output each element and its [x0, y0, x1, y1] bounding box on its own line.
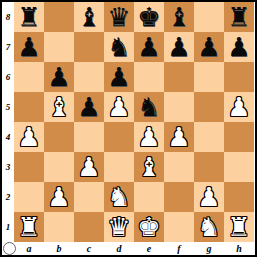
file-labels: abcdefgh [14, 242, 254, 255]
white-bishop-piece[interactable]: ♝ [44, 92, 74, 122]
black-pawn-piece[interactable]: ♟ [164, 32, 194, 62]
square-d6[interactable]: ♟ [104, 62, 134, 92]
white-rook-piece[interactable]: ♜ [224, 212, 254, 242]
square-a5[interactable] [14, 92, 44, 122]
black-king-piece[interactable]: ♚ [134, 2, 164, 32]
black-pawn-piece[interactable]: ♟ [224, 32, 254, 62]
square-h7[interactable]: ♟ [224, 32, 254, 62]
black-pawn-piece[interactable]: ♟ [104, 62, 134, 92]
square-e7[interactable]: ♟ [134, 32, 164, 62]
white-pawn-piece[interactable]: ♟ [164, 122, 194, 152]
square-e1[interactable]: ♚ [134, 212, 164, 242]
white-pawn-piece[interactable]: ♟ [224, 92, 254, 122]
rank-label-7: 7 [2, 32, 14, 62]
file-label-e: e [134, 242, 164, 255]
square-e8[interactable]: ♚ [134, 2, 164, 32]
square-g3[interactable] [194, 152, 224, 182]
square-c1[interactable] [74, 212, 104, 242]
square-h4[interactable] [224, 122, 254, 152]
square-d2[interactable]: ♞ [104, 182, 134, 212]
square-f4[interactable]: ♟ [164, 122, 194, 152]
file-label-a: a [14, 242, 44, 255]
square-d1[interactable]: ♛ [104, 212, 134, 242]
square-f3[interactable] [164, 152, 194, 182]
square-g7[interactable]: ♟ [194, 32, 224, 62]
rank-label-4: 4 [2, 122, 14, 152]
white-pawn-piece[interactable]: ♟ [104, 92, 134, 122]
rank-label-2: 2 [2, 182, 14, 212]
square-e6[interactable] [134, 62, 164, 92]
square-a1[interactable]: ♜ [14, 212, 44, 242]
file-label-d: d [104, 242, 134, 255]
white-knight-piece[interactable]: ♞ [194, 212, 224, 242]
square-a8[interactable]: ♜ [14, 2, 44, 32]
square-h5[interactable]: ♟ [224, 92, 254, 122]
square-d4[interactable] [104, 122, 134, 152]
square-b6[interactable]: ♟ [44, 62, 74, 92]
file-label-c: c [74, 242, 104, 255]
white-pawn-piece[interactable]: ♟ [74, 152, 104, 182]
square-g2[interactable]: ♟ [194, 182, 224, 212]
white-king-piece[interactable]: ♚ [134, 212, 164, 242]
square-g6[interactable] [194, 62, 224, 92]
square-a6[interactable] [14, 62, 44, 92]
black-pawn-piece[interactable]: ♟ [44, 62, 74, 92]
black-pawn-piece[interactable]: ♟ [194, 32, 224, 62]
rank-label-8: 8 [2, 2, 14, 32]
black-knight-piece[interactable]: ♞ [134, 92, 164, 122]
white-knight-piece[interactable]: ♞ [104, 182, 134, 212]
square-b2[interactable]: ♟ [44, 182, 74, 212]
square-d8[interactable]: ♛ [104, 2, 134, 32]
file-label-b: b [44, 242, 74, 255]
file-label-h: h [224, 242, 254, 255]
square-f5[interactable] [164, 92, 194, 122]
black-pawn-piece[interactable]: ♟ [134, 32, 164, 62]
white-pawn-piece[interactable]: ♟ [44, 182, 74, 212]
square-c5[interactable]: ♟ [74, 92, 104, 122]
square-c4[interactable] [74, 122, 104, 152]
white-pawn-piece[interactable]: ♟ [14, 122, 44, 152]
file-label-g: g [194, 242, 224, 255]
white-rook-piece[interactable]: ♜ [14, 212, 44, 242]
black-pawn-piece[interactable]: ♟ [74, 92, 104, 122]
square-c3[interactable]: ♟ [74, 152, 104, 182]
square-c2[interactable] [74, 182, 104, 212]
black-rook-piece[interactable]: ♜ [224, 2, 254, 32]
rank-label-6: 6 [2, 62, 14, 92]
black-bishop-piece[interactable]: ♝ [164, 2, 194, 32]
chess-board: ♜♝♛♚♝♜♟♞♟♟♟♟♟♟♝♟♟♞♟♟♟♟♟♝♟♞♟♜♛♚♞♜ [14, 2, 254, 242]
square-f8[interactable]: ♝ [164, 2, 194, 32]
square-f7[interactable]: ♟ [164, 32, 194, 62]
square-f2[interactable] [164, 182, 194, 212]
square-g8[interactable] [194, 2, 224, 32]
square-h6[interactable] [224, 62, 254, 92]
black-rook-piece[interactable]: ♜ [14, 2, 44, 32]
square-h1[interactable]: ♜ [224, 212, 254, 242]
white-bishop-piece[interactable]: ♝ [134, 152, 164, 182]
white-queen-piece[interactable]: ♛ [104, 212, 134, 242]
rank-label-5: 5 [2, 92, 14, 122]
square-c7[interactable] [74, 32, 104, 62]
square-h8[interactable]: ♜ [224, 2, 254, 32]
square-d7[interactable]: ♞ [104, 32, 134, 62]
square-b4[interactable] [44, 122, 74, 152]
square-a3[interactable] [14, 152, 44, 182]
square-g4[interactable] [194, 122, 224, 152]
square-h2[interactable] [224, 182, 254, 212]
square-e5[interactable]: ♞ [134, 92, 164, 122]
square-c8[interactable]: ♝ [74, 2, 104, 32]
square-b1[interactable] [44, 212, 74, 242]
square-g1[interactable]: ♞ [194, 212, 224, 242]
chess-diagram: 87654321 ♜♝♛♚♝♜♟♞♟♟♟♟♟♟♝♟♟♞♟♟♟♟♟♝♟♞♟♜♛♚♞… [0, 0, 257, 257]
square-b5[interactable]: ♝ [44, 92, 74, 122]
square-g5[interactable] [194, 92, 224, 122]
white-to-move-indicator [3, 242, 16, 255]
file-label-f: f [164, 242, 194, 255]
rank-label-1: 1 [2, 212, 14, 242]
square-h3[interactable] [224, 152, 254, 182]
square-e2[interactable] [134, 182, 164, 212]
square-b8[interactable] [44, 2, 74, 32]
square-d5[interactable]: ♟ [104, 92, 134, 122]
square-b7[interactable] [44, 32, 74, 62]
square-a2[interactable] [14, 182, 44, 212]
square-c6[interactable] [74, 62, 104, 92]
black-queen-piece[interactable]: ♛ [104, 2, 134, 32]
black-bishop-piece[interactable]: ♝ [74, 2, 104, 32]
square-b3[interactable] [44, 152, 74, 182]
square-a7[interactable]: ♟ [14, 32, 44, 62]
square-d3[interactable] [104, 152, 134, 182]
black-knight-piece[interactable]: ♞ [104, 32, 134, 62]
square-a4[interactable]: ♟ [14, 122, 44, 152]
white-pawn-piece[interactable]: ♟ [134, 122, 164, 152]
square-f1[interactable] [164, 212, 194, 242]
rank-label-3: 3 [2, 152, 14, 182]
square-e3[interactable]: ♝ [134, 152, 164, 182]
black-pawn-piece[interactable]: ♟ [14, 32, 44, 62]
rank-labels: 87654321 [2, 2, 14, 242]
white-pawn-piece[interactable]: ♟ [194, 182, 224, 212]
square-e4[interactable]: ♟ [134, 122, 164, 152]
square-f6[interactable] [164, 62, 194, 92]
